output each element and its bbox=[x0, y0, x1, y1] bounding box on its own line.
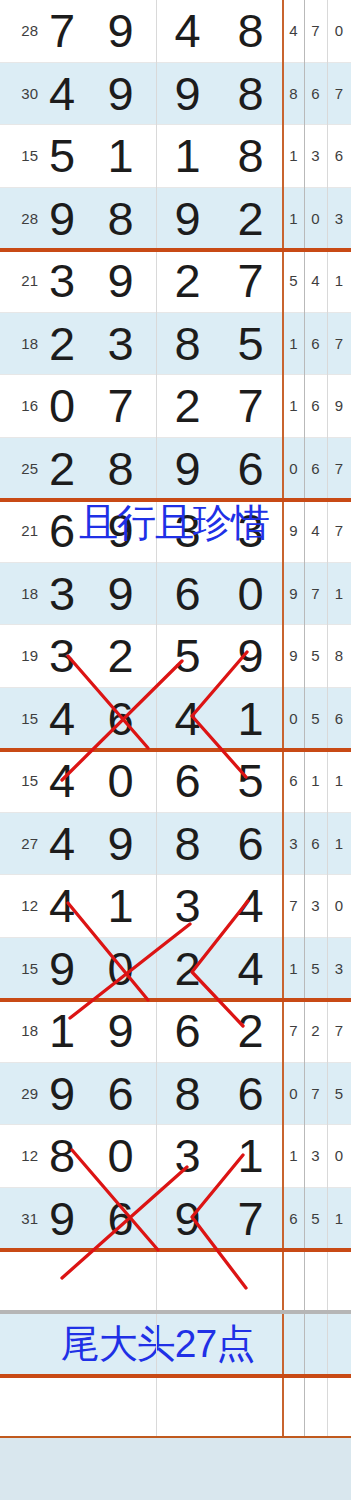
red-pen-line bbox=[192, 1155, 246, 1288]
red-pen-line bbox=[72, 1150, 158, 1250]
red-pen-line bbox=[68, 903, 148, 1000]
red-pen-line bbox=[70, 924, 190, 1018]
lottery-trend-chart: 2879484703049988671551181362898921032139… bbox=[0, 0, 351, 1500]
red-pen-line bbox=[192, 652, 247, 777]
red-pen-line bbox=[62, 1167, 187, 1278]
red-pen-line bbox=[62, 661, 182, 780]
red-pen-annotations bbox=[0, 0, 351, 1500]
red-pen-line bbox=[192, 901, 248, 1026]
